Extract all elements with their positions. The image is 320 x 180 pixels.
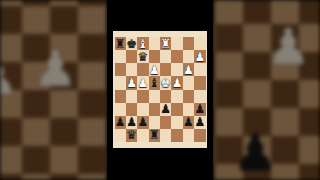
square-d5: ♝ [149,76,160,89]
square-e3: ♟ [160,103,171,116]
square-a3 [115,103,126,116]
square-a5 [115,76,126,89]
square-d4 [149,90,160,103]
video-area[interactable]: ♜♚♝♜♛♟♟♟♟♟♝♚♟♟♟♟♟♟♟♟♛♜ [107,0,213,180]
square-a8: ♜ [115,37,126,50]
square-g1 [183,129,194,142]
square-h8 [194,37,205,50]
piece-white-pawn: ♟ [194,50,205,62]
piece-white-king: ♚ [160,76,171,88]
square-a2: ♟ [115,116,126,129]
white-pawn-icon: ♟ [33,44,78,94]
piece-black-pawn: ♟ [194,103,205,115]
square-c6 [137,63,148,76]
square-c8: ♝ [137,37,148,50]
board-grid: ♜♚♝♜♛♟♟♟♟♟♝♚♟♟♟♟♟♟♟♟♛♜ [115,37,206,142]
square-f7 [171,50,182,63]
piece-black-rook: ♜ [115,37,126,49]
piece-white-rook: ♜ [160,37,171,49]
square-h4 [194,90,205,103]
square-g2: ♟ [183,116,194,129]
square-e5: ♚ [160,76,171,89]
piece-black-pawn: ♟ [183,116,194,128]
square-a7 [115,50,126,63]
piece-black-pawn: ♟ [126,116,137,128]
square-a4 [115,90,126,103]
piece-white-pawn: ♟ [138,76,149,88]
square-h7: ♟ [194,50,205,63]
black-pawn-icon: ♟ [233,128,278,178]
piece-white-pawn: ♟ [183,63,194,75]
square-h1 [194,129,205,142]
square-g6: ♟ [183,63,194,76]
square-b4 [126,90,137,103]
piece-white-pawn: ♟ [126,76,137,88]
square-c4 [137,90,148,103]
video-frame: ♟ ♟ ♟ ♟ ♜♚♝♜♛♟♟♟♟♟♝♚♟♟♟♟♟♟♟♟♛♜ [0,0,320,180]
square-c2: ♟ [137,116,148,129]
square-e1 [160,129,171,142]
square-f8 [171,37,182,50]
square-b2: ♟ [126,116,137,129]
square-d3 [149,103,160,116]
square-d1: ♜ [149,129,160,142]
square-g7 [183,50,194,63]
square-d2 [149,116,160,129]
piece-black-pawn: ♟ [160,103,171,115]
piece-black-rook: ♜ [149,129,160,141]
square-f6 [171,63,182,76]
square-e7 [160,50,171,63]
square-b6 [126,63,137,76]
square-a6 [115,63,126,76]
piece-black-pawn: ♟ [115,116,126,128]
square-g8 [183,37,194,50]
piece-black-bishop: ♝ [149,76,160,88]
white-pawn-icon: ♟ [0,52,19,102]
square-f4 [171,90,182,103]
square-f2 [171,116,182,129]
square-c3 [137,103,148,116]
square-g5 [183,76,194,89]
square-h5 [194,76,205,89]
square-b3 [126,103,137,116]
piece-black-king: ♚ [126,37,137,49]
piece-black-queen: ♛ [138,50,149,62]
square-c1 [137,129,148,142]
square-c7: ♛ [137,50,148,63]
chess-board: ♜♚♝♜♛♟♟♟♟♟♝♚♟♟♟♟♟♟♟♟♛♜ [113,31,207,148]
square-f1 [171,129,182,142]
square-e6 [160,63,171,76]
square-g4 [183,90,194,103]
square-d8 [149,37,160,50]
square-c5: ♟ [137,76,148,89]
square-e4 [160,90,171,103]
piece-black-pawn: ♟ [194,116,205,128]
piece-black-queen: ♛ [126,129,137,141]
square-a1 [115,129,126,142]
square-b1: ♛ [126,129,137,142]
piece-white-bishop: ♝ [138,37,149,49]
white-pawn-icon: ♟ [266,22,311,72]
square-h6 [194,63,205,76]
square-g3 [183,103,194,116]
square-f3 [171,103,182,116]
piece-white-pawn: ♟ [149,63,160,75]
square-h3: ♟ [194,103,205,116]
square-f5: ♟ [171,76,182,89]
blurred-backdrop-right: ♟ ♟ [213,0,320,180]
square-b7 [126,50,137,63]
square-b8: ♚ [126,37,137,50]
square-e2 [160,116,171,129]
square-d6: ♟ [149,63,160,76]
piece-white-pawn: ♟ [172,76,183,88]
piece-black-pawn: ♟ [138,116,149,128]
square-e8: ♜ [160,37,171,50]
square-b5: ♟ [126,76,137,89]
square-h2: ♟ [194,116,205,129]
square-d7 [149,50,160,63]
blurred-backdrop-left: ♟ ♟ [0,0,107,180]
